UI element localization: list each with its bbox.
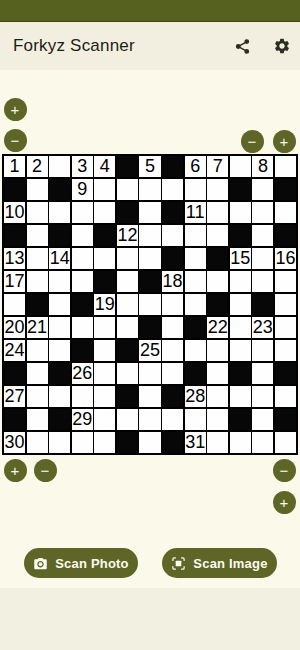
grid-cell-r12c12[interactable] — [252, 409, 273, 430]
grid-cell-r10c4[interactable]: 26 — [72, 363, 93, 384]
remove-col-right-button[interactable]: − — [241, 130, 264, 153]
grid-cell-r7c1[interactable] — [4, 294, 25, 315]
grid-cell-r3c3[interactable] — [49, 202, 70, 223]
grid-cell-r3c13[interactable] — [275, 202, 296, 223]
grid-cell-r2c13[interactable] — [275, 179, 296, 200]
camera-icon — [33, 556, 48, 571]
grid-cell-r9c4[interactable] — [72, 340, 93, 361]
grid-cell-r3c8[interactable] — [162, 202, 183, 223]
grid-cell-r6c9[interactable] — [185, 271, 206, 292]
grid-cell-r8c7[interactable] — [139, 317, 160, 338]
grid-cell-r5c7[interactable] — [139, 248, 160, 269]
grid-cell-r13c6[interactable] — [117, 432, 138, 453]
grid-cell-r4c3[interactable] — [49, 225, 70, 246]
grid-cell-r9c11[interactable] — [230, 340, 251, 361]
grid-cell-r1c9[interactable]: 6 — [185, 156, 206, 177]
grid-cell-r2c9[interactable] — [185, 179, 206, 200]
grid-cell-r11c3[interactable] — [49, 386, 70, 407]
grid-cell-r6c11[interactable] — [230, 271, 251, 292]
grid-cell-r10c1[interactable] — [4, 363, 25, 384]
grid-cell-r4c5[interactable] — [94, 225, 115, 246]
grid-cell-r8c6[interactable] — [117, 317, 138, 338]
grid-cell-r1c12[interactable]: 8 — [252, 156, 273, 177]
grid-cell-r12c4[interactable]: 29 — [72, 409, 93, 430]
grid-cell-r3c12[interactable] — [252, 202, 273, 223]
grid-cell-r10c2[interactable] — [27, 363, 48, 384]
grid-cell-r13c4[interactable] — [72, 432, 93, 453]
grid-cell-r6c6[interactable] — [117, 271, 138, 292]
grid-cell-r11c6[interactable] — [117, 386, 138, 407]
grid-cell-r3c2[interactable] — [27, 202, 48, 223]
grid-cell-r4c1[interactable] — [4, 225, 25, 246]
grid-cell-r4c13[interactable] — [275, 225, 296, 246]
grid-cell-r12c7[interactable] — [139, 409, 160, 430]
grid-cell-r3c1[interactable]: 10 — [4, 202, 25, 223]
grid-cell-r11c9[interactable]: 28 — [185, 386, 206, 407]
grid-cell-r7c5[interactable]: 19 — [94, 294, 115, 315]
grid-cell-r3c4[interactable] — [72, 202, 93, 223]
grid-cell-r1c13[interactable] — [275, 156, 296, 177]
grid-cell-r11c12[interactable] — [252, 386, 273, 407]
grid-cell-r9c13[interactable] — [275, 340, 296, 361]
grid-cell-r11c5[interactable] — [94, 386, 115, 407]
grid-cell-r6c13[interactable] — [275, 271, 296, 292]
grid-cell-r5c11[interactable]: 15 — [230, 248, 251, 269]
grid-cell-r12c2[interactable] — [27, 409, 48, 430]
grid-cell-r11c4[interactable] — [72, 386, 93, 407]
remove-row-top-button[interactable]: − — [4, 129, 27, 152]
grid-cell-r2c11[interactable] — [230, 179, 251, 200]
grid-cell-r9c1[interactable]: 24 — [4, 340, 25, 361]
grid-cell-r5c2[interactable] — [27, 248, 48, 269]
grid-cell-r11c2[interactable] — [27, 386, 48, 407]
grid-cell-r8c8[interactable] — [162, 317, 183, 338]
page-title: Forkyz Scanner — [13, 36, 135, 56]
grid-cell-r1c5[interactable]: 4 — [94, 156, 115, 177]
grid-cell-r10c9[interactable] — [185, 363, 206, 384]
bottom-nav: Blocks 1 — [0, 588, 300, 650]
grid-cell-r9c10[interactable] — [207, 340, 228, 361]
grid-cell-r2c1[interactable] — [4, 179, 25, 200]
grid-cell-r8c12[interactable]: 23 — [252, 317, 273, 338]
grid-cell-r10c5[interactable] — [94, 363, 115, 384]
grid-cell-r5c8[interactable] — [162, 248, 183, 269]
grid-cell-r10c13[interactable] — [275, 363, 296, 384]
grid-cell-r3c10[interactable] — [207, 202, 228, 223]
remove-row-bottom-button[interactable]: − — [273, 459, 296, 482]
grid-cell-r2c6[interactable] — [117, 179, 138, 200]
grid-cell-r4c9[interactable] — [185, 225, 206, 246]
crossword-grid[interactable]: 1234567891011121314151617181920212223242… — [2, 154, 298, 455]
grid-cell-r12c8[interactable] — [162, 409, 183, 430]
grid-cell-r7c13[interactable] — [275, 294, 296, 315]
grid-cell-r1c8[interactable] — [162, 156, 183, 177]
grid-cell-r6c1[interactable]: 17 — [4, 271, 25, 292]
grid-cell-r11c7[interactable] — [139, 386, 160, 407]
settings-icon[interactable] — [272, 36, 292, 56]
grid-cell-r6c7[interactable] — [139, 271, 160, 292]
grid-cell-r7c2[interactable] — [27, 294, 48, 315]
grid-cell-r13c9[interactable]: 31 — [185, 432, 206, 453]
grid-cell-r1c11[interactable] — [230, 156, 251, 177]
grid-cell-r13c1[interactable]: 30 — [4, 432, 25, 453]
grid-cell-r10c7[interactable] — [139, 363, 160, 384]
grid-cell-r8c10[interactable]: 22 — [207, 317, 228, 338]
grid-cell-r4c11[interactable] — [230, 225, 251, 246]
grid-cell-r9c12[interactable] — [252, 340, 273, 361]
grid-cell-r10c3[interactable] — [49, 363, 70, 384]
grid-cell-r9c2[interactable] — [27, 340, 48, 361]
grid-cell-r1c1[interactable]: 1 — [4, 156, 25, 177]
grid-cell-r11c1[interactable]: 27 — [4, 386, 25, 407]
status-bar — [0, 0, 300, 22]
grid-cell-r5c9[interactable] — [185, 248, 206, 269]
scan-image-button[interactable]: Scan Image — [162, 548, 277, 578]
grid-cell-r6c12[interactable] — [252, 271, 273, 292]
grid-cell-r4c12[interactable] — [252, 225, 273, 246]
grid-cell-r7c6[interactable] — [117, 294, 138, 315]
grid-cell-r5c1[interactable]: 13 — [4, 248, 25, 269]
add-row-bottom-button[interactable]: + — [273, 491, 296, 514]
grid-cell-r8c11[interactable] — [230, 317, 251, 338]
grid-cell-r2c12[interactable] — [252, 179, 273, 200]
grid-cell-r13c10[interactable] — [207, 432, 228, 453]
grid-cell-r10c8[interactable] — [162, 363, 183, 384]
grid-cell-r5c12[interactable] — [252, 248, 273, 269]
grid-cell-r9c6[interactable] — [117, 340, 138, 361]
scan-frame-icon — [171, 556, 186, 571]
grid-cell-r8c4[interactable] — [72, 317, 93, 338]
grid-cell-r12c9[interactable] — [185, 409, 206, 430]
grid-cell-r7c10[interactable] — [207, 294, 228, 315]
grid-cell-r9c8[interactable] — [162, 340, 183, 361]
grid-cell-r6c10[interactable] — [207, 271, 228, 292]
grid-cell-r6c3[interactable] — [49, 271, 70, 292]
grid-cell-r1c7[interactable]: 5 — [139, 156, 160, 177]
grid-cell-r6c8[interactable]: 18 — [162, 271, 183, 292]
scan-photo-button[interactable]: Scan Photo — [24, 548, 138, 578]
grid-cell-r12c5[interactable] — [94, 409, 115, 430]
grid-cell-r6c5[interactable] — [94, 271, 115, 292]
grid-cell-r9c3[interactable] — [49, 340, 70, 361]
grid-cell-r7c4[interactable] — [72, 294, 93, 315]
grid-cell-r7c11[interactable] — [230, 294, 251, 315]
grid-cell-r10c10[interactable] — [207, 363, 228, 384]
grid-cell-r3c7[interactable] — [139, 202, 160, 223]
grid-cell-r11c11[interactable] — [230, 386, 251, 407]
grid-cell-r8c1[interactable]: 20 — [4, 317, 25, 338]
grid-cell-r3c6[interactable] — [117, 202, 138, 223]
grid-cell-r4c2[interactable] — [27, 225, 48, 246]
grid-cell-r11c10[interactable] — [207, 386, 228, 407]
grid-cell-r9c7[interactable]: 25 — [139, 340, 160, 361]
grid-cell-r3c9[interactable]: 11 — [185, 202, 206, 223]
grid-cell-r11c8[interactable] — [162, 386, 183, 407]
grid-cell-r7c9[interactable] — [185, 294, 206, 315]
grid-cell-r6c2[interactable] — [27, 271, 48, 292]
app-bar: Forkyz Scanner — [0, 22, 300, 70]
grid-cell-r7c12[interactable] — [252, 294, 273, 315]
grid-cell-r2c2[interactable] — [27, 179, 48, 200]
grid-cell-r12c1[interactable] — [4, 409, 25, 430]
grid-cell-r12c3[interactable] — [49, 409, 70, 430]
scan-photo-label: Scan Photo — [55, 556, 129, 571]
grid-cell-r1c6[interactable] — [117, 156, 138, 177]
grid-cell-r5c13[interactable]: 16 — [275, 248, 296, 269]
grid-cell-r12c13[interactable] — [275, 409, 296, 430]
grid-cell-r7c8[interactable] — [162, 294, 183, 315]
grid-cell-r12c11[interactable] — [230, 409, 251, 430]
grid-cell-r6c4[interactable] — [72, 271, 93, 292]
grid-cell-r2c3[interactable] — [49, 179, 70, 200]
grid-cell-r13c12[interactable] — [252, 432, 273, 453]
grid-cell-r8c3[interactable] — [49, 317, 70, 338]
grid-cell-r2c7[interactable] — [139, 179, 160, 200]
grid-cell-r3c5[interactable] — [94, 202, 115, 223]
grid-cell-r9c5[interactable] — [94, 340, 115, 361]
grid-cell-r1c2[interactable]: 2 — [27, 156, 48, 177]
grid-cell-r5c4[interactable] — [72, 248, 93, 269]
grid-cell-r1c3[interactable] — [49, 156, 70, 177]
grid-cell-r5c5[interactable] — [94, 248, 115, 269]
grid-cell-r13c2[interactable] — [27, 432, 48, 453]
grid-cell-r5c10[interactable] — [207, 248, 228, 269]
grid-cell-r13c8[interactable] — [162, 432, 183, 453]
grid-cell-r8c2[interactable]: 21 — [27, 317, 48, 338]
grid-cell-r9c9[interactable] — [185, 340, 206, 361]
grid-cell-r3c11[interactable] — [230, 202, 251, 223]
grid-cell-r2c8[interactable] — [162, 179, 183, 200]
grid-cell-r8c13[interactable] — [275, 317, 296, 338]
grid-cell-r4c10[interactable] — [207, 225, 228, 246]
grid-cell-r4c7[interactable] — [139, 225, 160, 246]
grid-cell-r12c10[interactable] — [207, 409, 228, 430]
grid-cell-r2c4[interactable]: 9 — [72, 179, 93, 200]
grid-cell-r8c5[interactable] — [94, 317, 115, 338]
grid-cell-r10c6[interactable] — [117, 363, 138, 384]
grid-cell-r13c13[interactable] — [275, 432, 296, 453]
grid-cell-r1c4[interactable]: 3 — [72, 156, 93, 177]
scan-image-label: Scan Image — [193, 556, 267, 571]
grid-cell-r11c13[interactable] — [275, 386, 296, 407]
share-icon[interactable] — [232, 36, 252, 56]
grid-cell-r13c11[interactable] — [230, 432, 251, 453]
grid-cell-r12c6[interactable] — [117, 409, 138, 430]
grid-cell-r2c10[interactable] — [207, 179, 228, 200]
grid-cell-r13c7[interactable] — [139, 432, 160, 453]
grid-cell-r10c11[interactable] — [230, 363, 251, 384]
add-col-left-button[interactable]: + — [4, 459, 27, 482]
grid-cell-r4c8[interactable] — [162, 225, 183, 246]
add-col-right-button[interactable]: + — [273, 130, 296, 153]
grid-cell-r7c3[interactable] — [49, 294, 70, 315]
grid-cell-r7c7[interactable] — [139, 294, 160, 315]
grid-cell-r5c3[interactable]: 14 — [49, 248, 70, 269]
grid-cell-r10c12[interactable] — [252, 363, 273, 384]
grid-cell-r13c3[interactable] — [49, 432, 70, 453]
add-row-top-button[interactable]: + — [4, 98, 27, 121]
grid-cell-r1c10[interactable]: 7 — [207, 156, 228, 177]
grid-cell-r4c4[interactable] — [72, 225, 93, 246]
grid-cell-r4c6[interactable]: 12 — [117, 225, 138, 246]
grid-cell-r8c9[interactable] — [185, 317, 206, 338]
grid-cell-r5c6[interactable] — [117, 248, 138, 269]
remove-col-left-button[interactable]: − — [34, 459, 57, 482]
grid-cell-r13c5[interactable] — [94, 432, 115, 453]
grid-cell-r2c5[interactable] — [94, 179, 115, 200]
